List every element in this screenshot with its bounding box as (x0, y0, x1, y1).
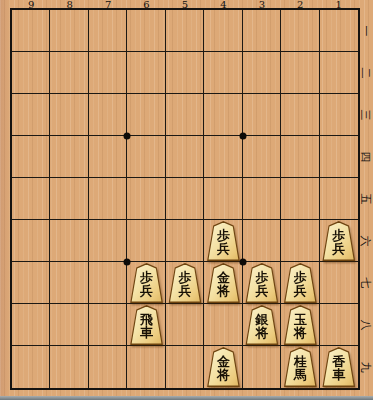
shogi-screenshot: 987654321 歩兵歩兵歩兵歩兵金将歩兵歩兵飛車銀将玉将金将桂馬香車 一二三… (0, 0, 373, 400)
koma-kanji: 歩兵 (168, 263, 202, 303)
koma-kanji-char: 車 (140, 326, 153, 339)
shogi-board: 歩兵歩兵歩兵歩兵金将歩兵歩兵飛車銀将玉将金将桂馬香車 (10, 8, 360, 390)
koma-kanji: 金将 (206, 263, 240, 303)
koma-kanji-char: 兵 (179, 284, 192, 297)
piece-lance-19[interactable]: 香車 (322, 347, 356, 387)
piece-rook-68[interactable]: 飛車 (130, 305, 164, 345)
rank-label-5: 五 (358, 192, 373, 206)
koma-kanji-char: 兵 (294, 284, 307, 297)
koma-kanji-char: 将 (255, 326, 268, 339)
star-point (239, 133, 246, 140)
rank-label-9: 九 (358, 360, 373, 374)
rank-label-3: 三 (358, 108, 373, 122)
rank-label-2: 二 (358, 66, 373, 80)
koma-kanji-char: 将 (217, 284, 230, 297)
koma-kanji-char: 兵 (255, 284, 268, 297)
piece-pawn-16[interactable]: 歩兵 (322, 221, 356, 261)
koma-kanji: 歩兵 (322, 221, 356, 261)
rank-label-8: 八 (358, 318, 373, 332)
koma-kanji: 金将 (206, 347, 240, 387)
rank-label-7: 七 (358, 276, 373, 290)
koma-kanji: 玉将 (283, 305, 317, 345)
koma-kanji: 銀将 (245, 305, 279, 345)
left-edge-shade (0, 0, 10, 400)
piece-pawn-46[interactable]: 歩兵 (206, 221, 240, 261)
piece-pawn-67[interactable]: 歩兵 (130, 263, 164, 303)
star-point (124, 133, 131, 140)
piece-pawn-57[interactable]: 歩兵 (168, 263, 202, 303)
koma-kanji: 歩兵 (130, 263, 164, 303)
koma-kanji-char: 将 (294, 326, 307, 339)
piece-king-28[interactable]: 玉将 (283, 305, 317, 345)
koma-kanji: 歩兵 (245, 263, 279, 303)
piece-gold-49[interactable]: 金将 (206, 347, 240, 387)
koma-kanji: 香車 (322, 347, 356, 387)
star-point (124, 259, 131, 266)
koma-kanji: 飛車 (130, 305, 164, 345)
koma-kanji-char: 兵 (217, 242, 230, 255)
koma-kanji-char: 兵 (332, 242, 345, 255)
star-point (239, 259, 246, 266)
koma-kanji-char: 将 (217, 368, 230, 381)
koma-kanji: 歩兵 (283, 263, 317, 303)
koma-kanji: 桂馬 (283, 347, 317, 387)
koma-kanji-char: 車 (332, 368, 345, 381)
piece-knight-29[interactable]: 桂馬 (283, 347, 317, 387)
pieces-layer: 歩兵歩兵歩兵歩兵金将歩兵歩兵飛車銀将玉将金将桂馬香車 (12, 10, 358, 388)
rank-label-6: 六 (358, 234, 373, 248)
rank-label-1: 一 (358, 24, 373, 38)
koma-kanji-char: 兵 (140, 284, 153, 297)
rank-labels: 一二三四五六七八九 (358, 8, 373, 390)
piece-silver-38[interactable]: 銀将 (245, 305, 279, 345)
piece-gold-47[interactable]: 金将 (206, 263, 240, 303)
window-bottom-edge (0, 396, 373, 400)
piece-pawn-37[interactable]: 歩兵 (245, 263, 279, 303)
rank-label-4: 四 (358, 150, 373, 164)
koma-kanji: 歩兵 (206, 221, 240, 261)
koma-kanji-char: 馬 (294, 368, 307, 381)
piece-pawn-27[interactable]: 歩兵 (283, 263, 317, 303)
